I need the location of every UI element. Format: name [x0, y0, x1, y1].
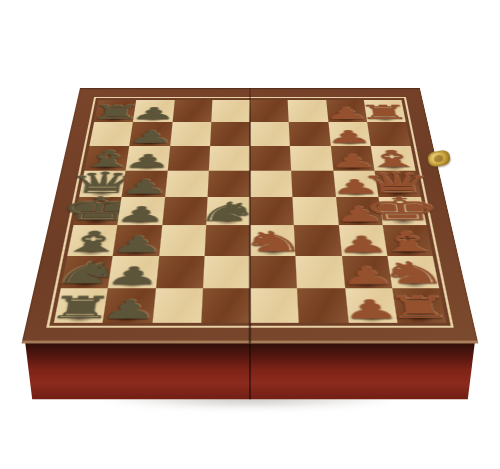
square-d3[interactable] — [165, 170, 209, 197]
black-rook[interactable]: ♜ — [383, 292, 456, 322]
square-e5[interactable] — [250, 197, 294, 225]
black-rook[interactable]: ♜ — [356, 103, 413, 122]
piece-shadow — [107, 311, 148, 324]
black-king[interactable]: ♚ — [360, 193, 445, 225]
piece-shadow — [130, 162, 164, 172]
chess-set-photo: ♜♟♟♜♟♟♝♟♟♝♛♟♟♛♚♟♞♟♚♝♟♞♟♝♞♟♟♞♜♟♟♜ — [0, 0, 500, 469]
piece-shadow — [342, 216, 379, 227]
square-d7[interactable]: ♟ — [333, 170, 378, 197]
piece-shadow — [370, 115, 403, 123]
square-f6[interactable] — [294, 225, 341, 255]
square-e1[interactable]: ♚ — [73, 197, 121, 225]
piece-shadow — [58, 311, 100, 324]
square-a5[interactable] — [250, 100, 289, 122]
black-knight[interactable]: ♞ — [376, 258, 451, 288]
piece-shadow — [331, 115, 363, 123]
black-pawn[interactable]: ♟ — [325, 128, 375, 146]
square-h8[interactable]: ♜ — [392, 288, 446, 323]
square-f7[interactable]: ♟ — [338, 225, 387, 255]
board-fold-seam — [249, 88, 252, 344]
square-c4[interactable] — [209, 146, 250, 171]
square-b3[interactable] — [170, 122, 211, 145]
square-f3[interactable] — [159, 225, 206, 255]
square-c2[interactable]: ♟ — [126, 146, 170, 171]
square-d5[interactable] — [250, 170, 293, 197]
chess-board: ♜♟♟♜♟♟♝♟♟♝♛♟♟♛♚♟♞♟♚♝♟♞♟♝♞♟♟♞♜♟♟♜ — [21, 88, 478, 344]
brass-clasp — [427, 149, 451, 168]
piece-shadow — [210, 216, 246, 227]
black-pawn[interactable]: ♟ — [337, 263, 396, 288]
square-c7[interactable]: ♟ — [330, 146, 374, 171]
square-e4[interactable]: ♞ — [206, 197, 250, 225]
white-bishop[interactable]: ♝ — [56, 227, 128, 255]
square-g3[interactable] — [155, 256, 204, 288]
square-c5[interactable] — [250, 146, 291, 171]
square-a3[interactable] — [172, 100, 212, 122]
piece-shadow — [400, 311, 442, 324]
square-g2[interactable]: ♟ — [108, 256, 159, 288]
square-e7[interactable]: ♟ — [335, 197, 382, 225]
square-b4[interactable] — [210, 122, 250, 145]
square-h3[interactable] — [152, 288, 203, 323]
square-h5[interactable] — [250, 288, 299, 323]
square-h6[interactable] — [297, 288, 348, 323]
square-a1[interactable]: ♜ — [94, 100, 136, 122]
white-rook[interactable]: ♜ — [44, 292, 117, 322]
square-f8[interactable]: ♝ — [382, 225, 432, 255]
piece-shadow — [126, 188, 162, 198]
piece-shadow — [137, 115, 169, 123]
square-c1[interactable]: ♝ — [84, 146, 129, 171]
piece-shadow — [385, 216, 422, 227]
piece-shadow — [390, 246, 429, 258]
piece-shadow — [77, 216, 114, 227]
square-g6[interactable] — [296, 256, 345, 288]
black-pawn[interactable]: ♟ — [332, 204, 387, 225]
white-king[interactable]: ♚ — [55, 193, 140, 225]
square-h4[interactable] — [201, 288, 250, 323]
white-rook[interactable]: ♜ — [86, 103, 143, 122]
black-pawn[interactable]: ♟ — [327, 152, 379, 171]
square-d6[interactable] — [291, 170, 335, 197]
square-d2[interactable]: ♟ — [122, 170, 167, 197]
piece-shadow — [112, 277, 151, 289]
square-e3[interactable] — [162, 197, 208, 225]
piece-shadow — [377, 162, 412, 172]
piece-shadow — [333, 138, 366, 147]
piece-shadow — [352, 311, 393, 324]
square-c3[interactable] — [167, 146, 210, 171]
black-pawn[interactable]: ♟ — [329, 177, 382, 197]
square-g1[interactable]: ♞ — [61, 256, 113, 288]
white-pawn[interactable]: ♟ — [113, 204, 168, 225]
piece-shadow — [133, 138, 166, 147]
piece-shadow — [83, 188, 119, 198]
piece-shadow — [65, 277, 105, 289]
square-g8[interactable]: ♞ — [387, 256, 439, 288]
square-d4[interactable] — [207, 170, 250, 197]
square-e8[interactable]: ♚ — [378, 197, 426, 225]
square-g7[interactable]: ♟ — [341, 256, 392, 288]
box-fold-seam — [249, 341, 251, 401]
square-b6[interactable] — [289, 122, 330, 145]
square-a8[interactable]: ♜ — [364, 100, 406, 122]
piece-shadow — [395, 277, 435, 289]
piece-shadow — [117, 246, 155, 258]
piece-shadow — [71, 246, 110, 258]
piece-shadow — [254, 246, 291, 258]
white-pawn[interactable]: ♟ — [108, 233, 165, 256]
square-f4[interactable] — [204, 225, 250, 255]
white-pawn[interactable]: ♟ — [117, 177, 170, 197]
black-pawn[interactable]: ♟ — [341, 296, 403, 322]
square-f5[interactable]: ♞ — [250, 225, 296, 255]
white-pawn[interactable]: ♟ — [98, 296, 160, 322]
white-pawn[interactable]: ♟ — [103, 263, 162, 288]
piece-shadow — [381, 188, 417, 198]
black-bishop[interactable]: ♝ — [361, 147, 426, 170]
box-front-side — [25, 341, 475, 401]
square-h2[interactable]: ♟ — [103, 288, 156, 323]
square-c8[interactable]: ♝ — [370, 146, 415, 171]
square-e6[interactable] — [293, 197, 339, 225]
square-h1[interactable]: ♜ — [54, 288, 108, 323]
piece-shadow — [98, 115, 131, 123]
square-c6[interactable] — [290, 146, 333, 171]
square-g4[interactable] — [203, 256, 250, 288]
square-b7[interactable]: ♟ — [328, 122, 370, 145]
piece-shadow — [122, 216, 159, 227]
square-g5[interactable] — [250, 256, 297, 288]
white-knight[interactable]: ♞ — [49, 258, 124, 288]
square-b2[interactable]: ♟ — [130, 122, 172, 145]
piece-shadow — [88, 162, 123, 172]
square-d1[interactable]: ♛ — [79, 170, 126, 197]
square-e2[interactable]: ♟ — [118, 197, 165, 225]
square-h7[interactable]: ♟ — [345, 288, 398, 323]
square-a2[interactable]: ♟ — [133, 100, 174, 122]
square-d8[interactable]: ♛ — [374, 170, 421, 197]
white-pawn[interactable]: ♟ — [129, 105, 177, 122]
square-a4[interactable] — [211, 100, 250, 122]
square-f2[interactable]: ♟ — [113, 225, 162, 255]
piece-shadow — [345, 246, 383, 258]
white-queen[interactable]: ♛ — [63, 168, 141, 197]
square-f1[interactable]: ♝ — [67, 225, 117, 255]
square-b5[interactable] — [250, 122, 290, 145]
piece-shadow — [336, 162, 370, 172]
piece-shadow — [348, 277, 387, 289]
piece-shadow — [339, 188, 375, 198]
white-pawn[interactable]: ♟ — [122, 152, 174, 171]
white-pawn[interactable]: ♟ — [125, 128, 175, 146]
white-bishop[interactable]: ♝ — [74, 147, 139, 170]
black-bishop[interactable]: ♝ — [372, 227, 444, 255]
black-queen[interactable]: ♛ — [359, 168, 437, 197]
square-b1[interactable] — [89, 122, 133, 145]
black-pawn[interactable]: ♟ — [335, 233, 392, 256]
square-b8[interactable] — [367, 122, 411, 145]
